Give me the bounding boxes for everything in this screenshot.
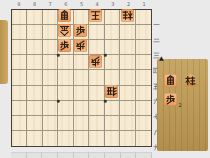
piece-king-gote[interactable] <box>89 9 102 22</box>
tray-cell <box>136 152 152 158</box>
piece-gold-gote[interactable] <box>58 24 71 37</box>
board-cell[interactable] <box>12 131 27 146</box>
board-cell[interactable] <box>12 25 27 40</box>
file-label: 8 <box>33 0 36 8</box>
board-cell[interactable] <box>136 116 151 131</box>
board-cell[interactable] <box>105 101 120 116</box>
board-cell[interactable] <box>12 86 27 101</box>
piece-bishop-sente[interactable] <box>58 9 71 22</box>
board-cell[interactable] <box>136 101 151 116</box>
piece-pawn-gote[interactable] <box>74 39 87 52</box>
board-cell[interactable] <box>12 40 27 55</box>
sente-marker: ▲ <box>159 54 164 62</box>
board-cell[interactable] <box>27 40 42 55</box>
board-cell[interactable] <box>120 70 135 85</box>
tray-cell <box>121 152 137 158</box>
piece-rook-sente[interactable] <box>105 85 118 98</box>
board-cell[interactable] <box>105 40 120 55</box>
board-cell[interactable] <box>58 70 73 85</box>
file-label: 4 <box>96 0 99 8</box>
board-cell[interactable] <box>136 25 151 40</box>
tray-cell <box>89 152 105 158</box>
board-cell[interactable] <box>89 25 104 40</box>
board-cell[interactable] <box>136 40 151 55</box>
piece-pawn-gote[interactable] <box>89 55 102 68</box>
board-cell[interactable] <box>120 86 135 101</box>
board-cell[interactable] <box>136 70 151 85</box>
hand-piece-bishop[interactable] <box>164 74 177 87</box>
board-cell[interactable] <box>27 131 42 146</box>
board-cell[interactable] <box>89 86 104 101</box>
tray-cell <box>105 152 121 158</box>
piece-tray-strip <box>11 152 152 158</box>
board-cell[interactable] <box>74 116 89 131</box>
file-label: 9 <box>17 0 20 8</box>
board-cell[interactable] <box>89 40 104 55</box>
board-cell[interactable] <box>43 131 58 146</box>
board-cell[interactable] <box>105 25 120 40</box>
board-cell[interactable] <box>43 55 58 70</box>
board-cell[interactable] <box>105 70 120 85</box>
board-cell[interactable] <box>43 70 58 85</box>
board-cell[interactable] <box>105 55 120 70</box>
board-cell[interactable] <box>12 101 27 116</box>
hand-piece-count: 2 <box>179 103 182 108</box>
board-cell[interactable] <box>105 116 120 131</box>
board-cell[interactable] <box>74 10 89 25</box>
hand-piece-pawn[interactable] <box>164 93 177 106</box>
board-cell[interactable] <box>43 86 58 101</box>
tray-cell <box>58 152 74 158</box>
board-cell[interactable] <box>27 70 42 85</box>
board-cell[interactable] <box>105 10 120 25</box>
board-cell[interactable] <box>43 10 58 25</box>
tray-cell <box>42 152 58 158</box>
board-cell[interactable] <box>58 101 73 116</box>
tray-cell <box>74 152 90 158</box>
board-cell[interactable] <box>74 131 89 146</box>
board-cell[interactable] <box>120 116 135 131</box>
board-cell[interactable] <box>27 55 42 70</box>
board-cell[interactable] <box>12 70 27 85</box>
board-cell[interactable] <box>89 101 104 116</box>
board-cell[interactable] <box>27 116 42 131</box>
board-cell[interactable] <box>136 131 151 146</box>
board-cell[interactable] <box>120 101 135 116</box>
board-cell[interactable] <box>43 101 58 116</box>
board-cell[interactable] <box>74 86 89 101</box>
board-cell[interactable] <box>12 55 27 70</box>
board-cell[interactable] <box>74 55 89 70</box>
board-cell[interactable] <box>89 116 104 131</box>
board-cell[interactable] <box>58 116 73 131</box>
board-cell[interactable] <box>120 131 135 146</box>
board-cell[interactable] <box>89 70 104 85</box>
file-label: 6 <box>64 0 67 8</box>
board-cell[interactable] <box>43 40 58 55</box>
board-cell[interactable] <box>120 55 135 70</box>
board-cell[interactable] <box>74 101 89 116</box>
board-cell[interactable] <box>89 131 104 146</box>
tray-cell <box>11 152 27 158</box>
board-cell[interactable] <box>74 70 89 85</box>
board-cell[interactable] <box>120 40 135 55</box>
board-cell[interactable] <box>12 10 27 25</box>
piece-pawn-sente[interactable] <box>58 39 71 52</box>
board-cell[interactable] <box>27 25 42 40</box>
file-coordinates: 987654321 <box>11 0 152 8</box>
board-cell[interactable] <box>12 116 27 131</box>
board-cell[interactable] <box>43 25 58 40</box>
board-cell[interactable] <box>58 55 73 70</box>
file-label: 3 <box>111 0 114 8</box>
file-label: 5 <box>80 0 83 8</box>
app-background: 987654321 ▲ 2 <box>0 0 210 158</box>
board-cell[interactable] <box>136 86 151 101</box>
file-label: 2 <box>127 0 130 8</box>
board-cell[interactable] <box>120 25 135 40</box>
gote-stand-partial <box>0 20 8 84</box>
board-cell[interactable] <box>105 131 120 146</box>
file-label: 7 <box>49 0 52 8</box>
board-cell[interactable] <box>43 116 58 131</box>
board-cell[interactable] <box>136 55 151 70</box>
piece-knight-gote[interactable] <box>121 9 134 22</box>
board-cell[interactable] <box>58 131 73 146</box>
tray-cell <box>27 152 43 158</box>
board-cell[interactable] <box>136 10 151 25</box>
file-label: 1 <box>143 0 146 8</box>
board-cell[interactable] <box>27 101 42 116</box>
board-cell[interactable] <box>27 10 42 25</box>
board-cell[interactable] <box>27 86 42 101</box>
piece-pawn-sente[interactable] <box>74 24 87 37</box>
board-cell[interactable] <box>58 86 73 101</box>
